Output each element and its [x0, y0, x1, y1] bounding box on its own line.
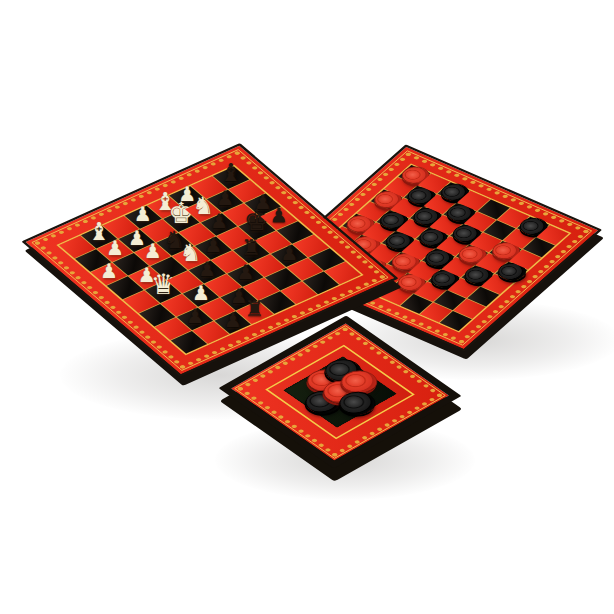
black-bishop-piece: ♝	[215, 160, 247, 185]
yellow-frame	[265, 345, 415, 439]
black-pawn-piece: ♟	[263, 206, 295, 226]
product-photo-scene: ♝♟♝♟♝♟♟♚♞♟♟♟♞♟♟♟♞♟♚♟♛♟♜♟♟♟♟♟♟♜	[0, 0, 614, 614]
tictactoe-panel	[284, 356, 397, 427]
tictactoe-grid	[289, 360, 391, 424]
